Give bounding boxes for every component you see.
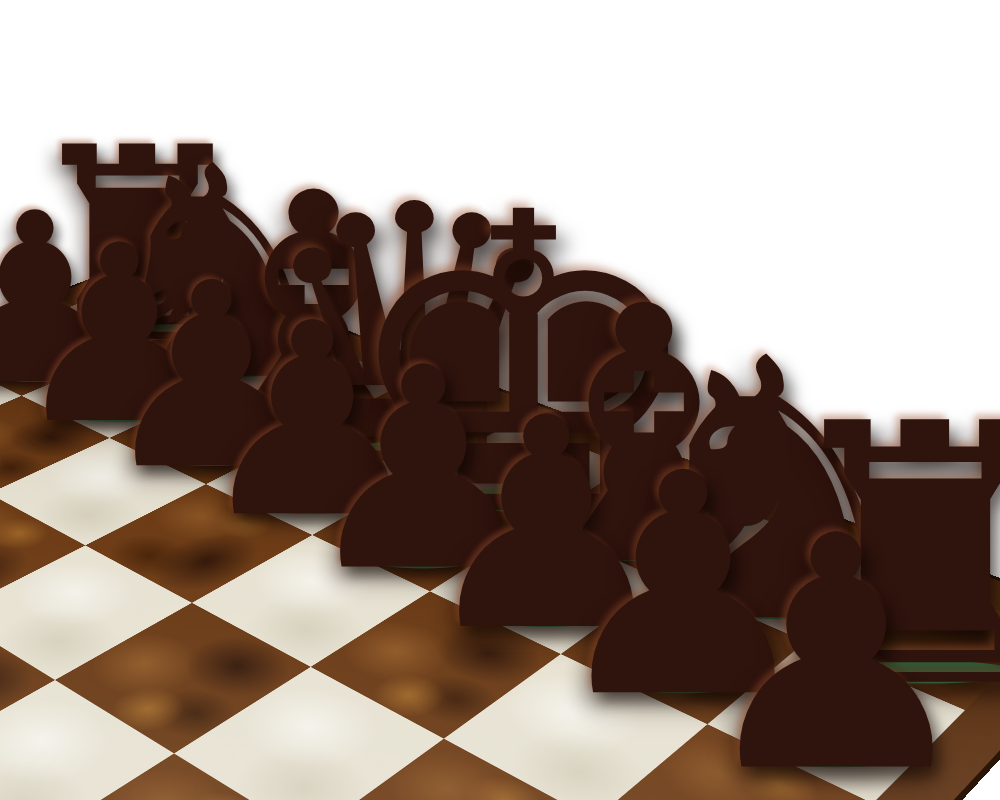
chessboard	[0, 256, 1000, 800]
board-grid	[0, 277, 1000, 800]
chess-set-photo: ♜♞♝♛♚♝♞♜♟♟♟♟♟♟♟♟	[0, 0, 1000, 800]
